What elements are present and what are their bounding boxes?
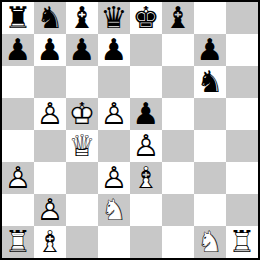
square-b4[interactable] — [34, 130, 66, 162]
square-a1[interactable]: ♜♖ — [2, 226, 34, 258]
square-h4[interactable] — [226, 130, 258, 162]
piece-white-rook-icon: ♜♖ — [2, 226, 34, 258]
square-g6[interactable]: ♞ — [194, 66, 226, 98]
piece-black-knight-icon: ♞ — [194, 66, 226, 98]
square-c8[interactable]: ♝ — [66, 2, 98, 34]
piece-black-queen-icon: ♛ — [98, 2, 130, 34]
piece-white-pawn-icon: ♟♙ — [34, 98, 66, 130]
square-b8[interactable]: ♞ — [34, 2, 66, 34]
piece-black-rook-icon: ♜ — [2, 2, 34, 34]
square-d6[interactable] — [98, 66, 130, 98]
square-c3[interactable] — [66, 162, 98, 194]
square-f2[interactable] — [162, 194, 194, 226]
square-a6[interactable] — [2, 66, 34, 98]
square-c4[interactable]: ♛♕ — [66, 130, 98, 162]
square-g4[interactable] — [194, 130, 226, 162]
piece-white-pawn-icon: ♟♙ — [98, 98, 130, 130]
square-h6[interactable] — [226, 66, 258, 98]
piece-white-knight-icon: ♞♘ — [194, 226, 226, 258]
piece-black-king-icon: ♚ — [130, 2, 162, 34]
square-f1[interactable] — [162, 226, 194, 258]
square-g2[interactable] — [194, 194, 226, 226]
square-e7[interactable] — [130, 34, 162, 66]
piece-black-pawn-icon: ♟ — [130, 98, 162, 130]
square-d2[interactable]: ♞♘ — [98, 194, 130, 226]
square-g3[interactable] — [194, 162, 226, 194]
piece-white-queen-icon: ♛♕ — [66, 130, 98, 162]
piece-white-rook-icon: ♜♖ — [226, 226, 258, 258]
square-d8[interactable]: ♛ — [98, 2, 130, 34]
square-h1[interactable]: ♜♖ — [226, 226, 258, 258]
square-c1[interactable] — [66, 226, 98, 258]
square-e5[interactable]: ♟ — [130, 98, 162, 130]
square-a4[interactable] — [2, 130, 34, 162]
square-f8[interactable]: ♝ — [162, 2, 194, 34]
square-g1[interactable]: ♞♘ — [194, 226, 226, 258]
square-c2[interactable] — [66, 194, 98, 226]
square-a5[interactable] — [2, 98, 34, 130]
piece-black-pawn-icon: ♟ — [194, 34, 226, 66]
square-a8[interactable]: ♜ — [2, 2, 34, 34]
square-c5[interactable]: ♚♔ — [66, 98, 98, 130]
square-h8[interactable] — [226, 2, 258, 34]
piece-black-pawn-icon: ♟ — [66, 34, 98, 66]
piece-white-knight-icon: ♞♘ — [98, 194, 130, 226]
square-h3[interactable] — [226, 162, 258, 194]
square-d7[interactable]: ♟ — [98, 34, 130, 66]
piece-white-bishop-icon: ♝♗ — [34, 226, 66, 258]
piece-black-pawn-icon: ♟ — [34, 34, 66, 66]
square-e4[interactable]: ♟♙ — [130, 130, 162, 162]
square-c7[interactable]: ♟ — [66, 34, 98, 66]
square-a7[interactable]: ♟ — [2, 34, 34, 66]
piece-black-bishop-icon: ♝ — [162, 2, 194, 34]
square-g8[interactable] — [194, 2, 226, 34]
square-b5[interactable]: ♟♙ — [34, 98, 66, 130]
piece-black-pawn-icon: ♟ — [98, 34, 130, 66]
square-d4[interactable] — [98, 130, 130, 162]
square-g7[interactable]: ♟ — [194, 34, 226, 66]
square-d1[interactable] — [98, 226, 130, 258]
square-b7[interactable]: ♟ — [34, 34, 66, 66]
square-h7[interactable] — [226, 34, 258, 66]
square-e3[interactable]: ♝♗ — [130, 162, 162, 194]
chess-board: ♜♞♝♛♚♝♟♟♟♟♟♞♟♙♚♔♟♙♟♛♕♟♙♟♙♟♙♝♗♟♙♞♘♜♖♝♗♞♘♜… — [0, 0, 260, 260]
square-b1[interactable]: ♝♗ — [34, 226, 66, 258]
piece-white-bishop-icon: ♝♗ — [130, 162, 162, 194]
square-e1[interactable] — [130, 226, 162, 258]
square-f7[interactable] — [162, 34, 194, 66]
square-a2[interactable] — [2, 194, 34, 226]
square-e8[interactable]: ♚ — [130, 2, 162, 34]
piece-white-pawn-icon: ♟♙ — [34, 194, 66, 226]
square-b6[interactable] — [34, 66, 66, 98]
square-c6[interactable] — [66, 66, 98, 98]
piece-white-king-icon: ♚♔ — [66, 98, 98, 130]
square-f6[interactable] — [162, 66, 194, 98]
piece-white-pawn-icon: ♟♙ — [130, 130, 162, 162]
square-g5[interactable] — [194, 98, 226, 130]
square-h5[interactable] — [226, 98, 258, 130]
square-e6[interactable] — [130, 66, 162, 98]
square-b2[interactable]: ♟♙ — [34, 194, 66, 226]
piece-white-pawn-icon: ♟♙ — [2, 162, 34, 194]
square-f3[interactable] — [162, 162, 194, 194]
square-a3[interactable]: ♟♙ — [2, 162, 34, 194]
square-e2[interactable] — [130, 194, 162, 226]
piece-black-pawn-icon: ♟ — [2, 34, 34, 66]
piece-black-bishop-icon: ♝ — [66, 2, 98, 34]
square-d3[interactable]: ♟♙ — [98, 162, 130, 194]
square-f4[interactable] — [162, 130, 194, 162]
square-h2[interactable] — [226, 194, 258, 226]
square-d5[interactable]: ♟♙ — [98, 98, 130, 130]
piece-white-pawn-icon: ♟♙ — [98, 162, 130, 194]
square-b3[interactable] — [34, 162, 66, 194]
piece-black-knight-icon: ♞ — [34, 2, 66, 34]
square-f5[interactable] — [162, 98, 194, 130]
